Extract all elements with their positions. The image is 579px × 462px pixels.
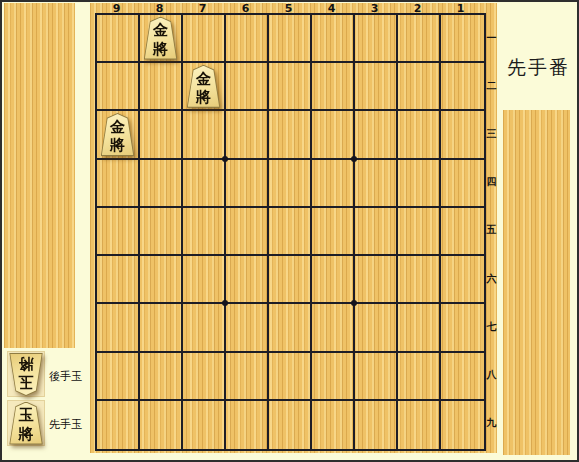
board-cell[interactable] (355, 111, 398, 159)
board-cell[interactable] (226, 256, 269, 304)
board-cell[interactable] (312, 208, 355, 256)
board-cell[interactable] (398, 353, 441, 401)
board-cell[interactable] (312, 304, 355, 352)
board-cell[interactable] (97, 160, 140, 208)
board-cell[interactable] (441, 160, 484, 208)
board-cell[interactable] (398, 256, 441, 304)
board-cell[interactable] (441, 63, 484, 111)
shogi-diagram: 987654321 金將金將金將 一二三四五六七八九 先手番 玉將 後手玉 玉將… (0, 0, 579, 462)
shogi-piece-king-gote: 玉將 (9, 353, 43, 396)
board-cell[interactable] (441, 304, 484, 352)
board-cell[interactable] (226, 208, 269, 256)
board-cell[interactable] (97, 353, 140, 401)
rank-labels: 一二三四五六七八九 (486, 13, 497, 447)
board-cell[interactable] (312, 63, 355, 111)
board-cell[interactable]: 金將 (140, 15, 183, 63)
board-cell[interactable] (355, 63, 398, 111)
board-cell[interactable] (269, 256, 312, 304)
rank-label: 五 (486, 206, 497, 254)
board-cell[interactable] (140, 63, 183, 111)
board-cell[interactable] (312, 15, 355, 63)
board-cell[interactable] (97, 63, 140, 111)
board-cell[interactable] (183, 15, 226, 63)
right-piece-stand (503, 110, 570, 455)
rank-label: 七 (486, 303, 497, 351)
board-cell[interactable] (140, 304, 183, 352)
board-cell[interactable] (97, 256, 140, 304)
board-cell[interactable] (183, 160, 226, 208)
board-cell[interactable] (140, 401, 183, 449)
board-cell[interactable]: 金將 (183, 63, 226, 111)
board-cell[interactable] (97, 401, 140, 449)
rank-label: 九 (486, 399, 497, 447)
board-cell[interactable] (269, 63, 312, 111)
rank-label: 一 (486, 14, 497, 62)
board-cell[interactable] (140, 208, 183, 256)
legend-gote-king-label: 後手玉 (49, 369, 82, 384)
legend-sente-king-tile: 玉將 (7, 400, 45, 446)
board-cell[interactable] (226, 353, 269, 401)
shogi-board: 987654321 金將金將金將 一二三四五六七八九 (90, 3, 497, 453)
board-cell[interactable] (398, 160, 441, 208)
shogi-piece-gold-sente[interactable]: 金將 (144, 17, 178, 60)
legend-sente-king-label: 先手玉 (49, 417, 82, 432)
board-cell[interactable] (312, 353, 355, 401)
board-cell[interactable] (226, 15, 269, 63)
board-cell[interactable] (140, 111, 183, 159)
board-cell[interactable] (97, 208, 140, 256)
board-cell[interactable] (441, 401, 484, 449)
board-cell[interactable] (226, 304, 269, 352)
board-cell[interactable] (269, 111, 312, 159)
board-cell[interactable] (355, 160, 398, 208)
rank-label: 六 (486, 255, 497, 303)
shogi-piece-king-sente: 玉將 (9, 402, 43, 445)
board-cell[interactable] (183, 304, 226, 352)
board-cell[interactable] (441, 111, 484, 159)
board-cell[interactable] (269, 304, 312, 352)
board-cell[interactable] (398, 111, 441, 159)
board-cell[interactable] (140, 353, 183, 401)
board-cell[interactable] (398, 401, 441, 449)
board-cell[interactable] (441, 256, 484, 304)
board-cell[interactable] (355, 353, 398, 401)
board-cell[interactable] (312, 401, 355, 449)
board-cell[interactable] (355, 401, 398, 449)
board-cell[interactable] (269, 160, 312, 208)
board-cell[interactable] (269, 401, 312, 449)
board-cell[interactable] (312, 160, 355, 208)
board-cell[interactable] (97, 304, 140, 352)
board-cell[interactable] (312, 111, 355, 159)
board-cell[interactable] (355, 15, 398, 63)
rank-label: 八 (486, 351, 497, 399)
board-cell[interactable] (183, 401, 226, 449)
board-cell[interactable] (398, 63, 441, 111)
shogi-piece-gold-sente[interactable]: 金將 (187, 65, 221, 108)
rank-label: 四 (486, 158, 497, 206)
board-cell[interactable] (269, 208, 312, 256)
board-cell[interactable] (183, 256, 226, 304)
board-cell[interactable] (97, 15, 140, 63)
board-cell[interactable] (140, 256, 183, 304)
board-cell[interactable] (226, 160, 269, 208)
board-cell[interactable] (226, 401, 269, 449)
board-cell[interactable] (441, 15, 484, 63)
turn-indicator: 先手番 (507, 55, 570, 81)
board-cell[interactable] (183, 111, 226, 159)
board-cell[interactable] (140, 160, 183, 208)
board-cell[interactable] (355, 208, 398, 256)
board-cell[interactable] (441, 208, 484, 256)
rank-label: 三 (486, 110, 497, 158)
board-cell[interactable] (183, 208, 226, 256)
legend-gote-king-tile: 玉將 (7, 351, 45, 397)
board-cell[interactable] (398, 208, 441, 256)
board-grid[interactable]: 金將金將金將 (95, 13, 486, 451)
board-cell[interactable] (398, 304, 441, 352)
board-cell[interactable] (398, 15, 441, 63)
board-cell[interactable] (355, 304, 398, 352)
board-cell[interactable] (226, 63, 269, 111)
board-cell[interactable] (183, 353, 226, 401)
board-cell[interactable] (355, 256, 398, 304)
rank-label: 二 (486, 62, 497, 110)
board-cell[interactable]: 金將 (97, 111, 140, 159)
board-cell[interactable] (226, 111, 269, 159)
board-cell[interactable] (269, 353, 312, 401)
board-cell[interactable] (441, 353, 484, 401)
left-piece-stand (4, 3, 75, 348)
shogi-piece-gold-sente[interactable]: 金將 (101, 113, 135, 156)
board-cell[interactable] (269, 15, 312, 63)
board-cell[interactable] (312, 256, 355, 304)
